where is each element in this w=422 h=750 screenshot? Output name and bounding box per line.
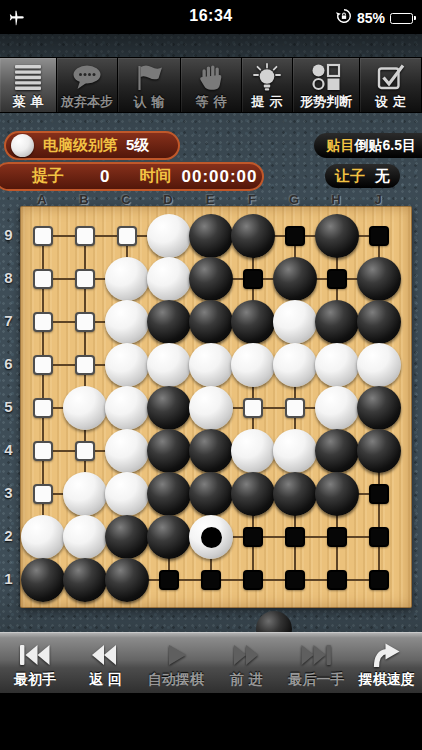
resign-button-label: 认输 (134, 94, 170, 109)
white-territory-marker (75, 226, 95, 246)
column-label-F: F (242, 192, 262, 207)
time-label: 时间 (139, 166, 171, 187)
white-stone (147, 343, 191, 387)
first-move-button[interactable]: 最初手 (0, 633, 70, 693)
intersection-J8[interactable] (357, 257, 401, 301)
komi-label: 贴目 (327, 137, 355, 155)
intersection-E8[interactable] (189, 257, 233, 301)
status-bar: 16:34 85% (0, 0, 422, 34)
time-value: 00:00:00 (181, 167, 257, 187)
intersection-A9[interactable] (21, 214, 65, 258)
white-stone (357, 343, 401, 387)
back-button-label: 返回 (89, 671, 127, 689)
intersection-J5[interactable] (357, 386, 401, 430)
intersection-E1[interactable] (189, 558, 233, 602)
intersection-J1[interactable] (357, 558, 401, 602)
speech-icon (71, 60, 103, 94)
komi-value: 倒贴6.5目 (355, 137, 416, 155)
pass-button-label: 放弃本步 (61, 94, 113, 109)
white-stone (315, 386, 359, 430)
estimate-button[interactable]: 形势判断 (293, 58, 360, 112)
black-stone (273, 257, 317, 301)
white-territory-marker (243, 398, 263, 418)
bottom-toolbar: 最初手返回自动摆棋前进最后一手摆棋速度 (0, 632, 422, 693)
intersection-D8[interactable] (147, 257, 191, 301)
row-label-9: 9 (1, 226, 16, 243)
black-footer-area (0, 693, 422, 750)
intersection-B8[interactable] (63, 257, 107, 301)
intersection-F2[interactable] (231, 515, 275, 559)
black-stone (315, 214, 359, 258)
column-label-C: C (116, 192, 136, 207)
intersection-E7[interactable] (189, 300, 233, 344)
intersection-H7[interactable] (315, 300, 359, 344)
estimate-button-label: 形势判断 (300, 94, 352, 109)
white-stone (105, 257, 149, 301)
computer-level-value: 5级 (126, 136, 149, 155)
last-move-marker (201, 527, 222, 548)
white-stone (147, 214, 191, 258)
black-territory-marker (243, 269, 263, 289)
black-stone (105, 515, 149, 559)
row-label-2: 2 (1, 527, 16, 544)
intersection-H9[interactable] (315, 214, 359, 258)
intersection-C4[interactable] (105, 429, 149, 473)
white-territory-marker (33, 398, 53, 418)
intersection-D1[interactable] (147, 558, 191, 602)
white-territory-marker (33, 355, 53, 375)
row-label-7: 7 (1, 312, 16, 329)
white-stone (105, 343, 149, 387)
column-label-E: E (200, 192, 220, 207)
intersection-B5[interactable] (63, 386, 107, 430)
white-stone (105, 386, 149, 430)
intersection-D7[interactable] (147, 300, 191, 344)
black-territory-marker (327, 527, 347, 547)
black-stone (147, 429, 191, 473)
white-stone (105, 300, 149, 344)
pass-button[interactable]: 放弃本步 (57, 58, 118, 112)
white-stone (315, 343, 359, 387)
black-stone (315, 472, 359, 516)
white-player-stone-icon (11, 134, 34, 157)
intersection-F8[interactable] (231, 257, 275, 301)
intersection-G2[interactable] (273, 515, 317, 559)
intersection-A8[interactable] (21, 257, 65, 301)
black-stone (357, 429, 401, 473)
black-stone (189, 257, 233, 301)
white-stone (273, 300, 317, 344)
black-stone (189, 429, 233, 473)
white-stone (147, 257, 191, 301)
battery-percent: 85% (357, 10, 385, 26)
black-territory-marker (369, 527, 389, 547)
black-stone (231, 214, 275, 258)
white-stone (189, 515, 233, 559)
intersection-A3[interactable] (21, 472, 65, 516)
column-label-H: H (326, 192, 346, 207)
intersection-J9[interactable] (357, 214, 401, 258)
row-label-3: 3 (1, 484, 16, 501)
computer-level-label: 电脑级别第 (43, 136, 118, 155)
white-stone (231, 429, 275, 473)
row-label-6: 6 (1, 355, 16, 372)
intersection-D2[interactable] (147, 515, 191, 559)
computer-level-pill: 电脑级别第 5级 (4, 131, 180, 160)
white-stone (21, 515, 65, 559)
black-stone (105, 558, 149, 602)
intersection-G8[interactable] (273, 257, 317, 301)
intersection-B2[interactable] (63, 515, 107, 559)
intersection-F7[interactable] (231, 300, 275, 344)
intersection-C3[interactable] (105, 472, 149, 516)
column-label-B: B (74, 192, 94, 207)
play-icon (164, 639, 188, 671)
black-territory-marker (327, 269, 347, 289)
black-territory-marker (285, 226, 305, 246)
intersection-A5[interactable] (21, 386, 65, 430)
intersection-A2[interactable] (21, 515, 65, 559)
menu-icon (13, 60, 43, 94)
komi-pill: 贴目 倒贴6.5目 (314, 133, 422, 158)
captures-time-pill: 提子 0 时间 00:00:00 (0, 162, 264, 191)
menu-button-label: 菜单 (13, 94, 49, 109)
column-label-J: J (368, 192, 388, 207)
forward-icon (231, 639, 261, 671)
intersection-B9[interactable] (63, 214, 107, 258)
top-toolbar: 菜单放弃本步认输等待提示形势判断设定 (0, 57, 422, 113)
black-stone (231, 472, 275, 516)
intersection-D5[interactable] (147, 386, 191, 430)
skip-end-icon (299, 639, 333, 671)
intersection-H8[interactable] (315, 257, 359, 301)
intersection-H5[interactable] (315, 386, 359, 430)
white-stone (63, 515, 107, 559)
white-stone (273, 429, 317, 473)
wait-button[interactable]: 等待 (181, 58, 242, 112)
black-stone (147, 300, 191, 344)
intersection-E5[interactable] (189, 386, 233, 430)
intersection-C6[interactable] (105, 343, 149, 387)
rotation-lock-icon (336, 8, 352, 28)
column-label-D: D (158, 192, 178, 207)
intersection-J7[interactable] (357, 300, 401, 344)
last-move-button-label: 最后一手 (288, 671, 344, 689)
white-territory-marker (117, 226, 137, 246)
black-territory-marker (285, 570, 305, 590)
black-stone (315, 300, 359, 344)
intersection-E2[interactable] (189, 515, 233, 559)
intersection-G5[interactable] (273, 386, 317, 430)
white-territory-marker (33, 484, 53, 504)
intersection-F1[interactable] (231, 558, 275, 602)
intersection-C7[interactable] (105, 300, 149, 344)
intersection-B1[interactable] (63, 558, 107, 602)
black-stone (315, 429, 359, 473)
forward-button-label: 前进 (230, 671, 268, 689)
go-board (20, 206, 412, 608)
menu-button[interactable]: 菜单 (0, 58, 57, 112)
white-stone (105, 472, 149, 516)
bulb-icon (250, 60, 284, 94)
intersection-E6[interactable] (189, 343, 233, 387)
shapes-icon (311, 60, 341, 94)
black-stone (63, 558, 107, 602)
intersection-D3[interactable] (147, 472, 191, 516)
black-stone (21, 558, 65, 602)
intersection-G1[interactable] (273, 558, 317, 602)
captures-label: 提子 (32, 166, 64, 187)
intersection-E9[interactable] (189, 214, 233, 258)
black-stone (147, 515, 191, 559)
intersection-H4[interactable] (315, 429, 359, 473)
white-stone (63, 386, 107, 430)
intersection-F4[interactable] (231, 429, 275, 473)
black-territory-marker (243, 527, 263, 547)
intersection-B7[interactable] (63, 300, 107, 344)
back-button[interactable]: 返回 (70, 633, 140, 693)
intersection-C1[interactable] (105, 558, 149, 602)
intersection-E3[interactable] (189, 472, 233, 516)
last-move-button[interactable]: 最后一手 (281, 633, 351, 693)
handicap-label: 让子 (335, 167, 365, 186)
intersection-C9[interactable] (105, 214, 149, 258)
flag-icon (134, 60, 164, 94)
intersection-B4[interactable] (63, 429, 107, 473)
column-label-G: G (284, 192, 304, 207)
black-territory-marker (327, 570, 347, 590)
auto-replay-button-label: 自动摆棋 (148, 671, 204, 689)
black-stone (357, 300, 401, 344)
intersection-E4[interactable] (189, 429, 233, 473)
black-stone (147, 386, 191, 430)
hand-icon (198, 60, 225, 94)
intersection-C2[interactable] (105, 515, 149, 559)
hint-button[interactable]: 提示 (242, 58, 293, 112)
intersection-D4[interactable] (147, 429, 191, 473)
resign-button[interactable]: 认输 (118, 58, 181, 112)
black-territory-marker (369, 226, 389, 246)
rewind-icon (90, 639, 120, 671)
black-territory-marker (285, 527, 305, 547)
intersection-F5[interactable] (231, 386, 275, 430)
forward-button[interactable]: 前进 (211, 633, 281, 693)
intersection-F9[interactable] (231, 214, 275, 258)
black-stone (357, 257, 401, 301)
white-stone (189, 386, 233, 430)
white-territory-marker (33, 312, 53, 332)
intersection-C5[interactable] (105, 386, 149, 430)
white-territory-marker (33, 269, 53, 289)
black-stone (189, 472, 233, 516)
intersection-H2[interactable] (315, 515, 359, 559)
intersection-F3[interactable] (231, 472, 275, 516)
black-territory-marker (243, 570, 263, 590)
black-territory-marker (201, 570, 221, 590)
white-stone (63, 472, 107, 516)
black-territory-marker (369, 570, 389, 590)
row-label-5: 5 (1, 398, 16, 415)
intersection-F6[interactable] (231, 343, 275, 387)
intersection-A6[interactable] (21, 343, 65, 387)
intersection-J6[interactable] (357, 343, 401, 387)
white-stone (231, 343, 275, 387)
replay-speed-button[interactable]: 摆棋速度 (352, 633, 422, 693)
black-stone (231, 300, 275, 344)
settings-button-label: 设定 (375, 94, 411, 109)
wait-button-label: 等待 (196, 94, 232, 109)
white-territory-marker (33, 441, 53, 461)
black-stone (147, 472, 191, 516)
white-territory-marker (75, 355, 95, 375)
intersection-H3[interactable] (315, 472, 359, 516)
white-stone (105, 429, 149, 473)
speed-icon (372, 639, 402, 671)
first-move-button-label: 最初手 (14, 671, 56, 689)
intersection-H1[interactable] (315, 558, 359, 602)
intersection-B3[interactable] (63, 472, 107, 516)
black-stone (189, 300, 233, 344)
captures-value: 0 (100, 167, 109, 187)
hint-button-label: 提示 (252, 94, 288, 109)
row-label-1: 1 (1, 570, 16, 587)
row-label-4: 4 (1, 441, 16, 458)
settings-button[interactable]: 设定 (360, 58, 422, 112)
replay-speed-button-label: 摆棋速度 (359, 671, 415, 689)
column-label-A: A (32, 192, 52, 207)
white-territory-marker (75, 441, 95, 461)
intersection-J2[interactable] (357, 515, 401, 559)
white-territory-marker (75, 312, 95, 332)
black-territory-marker (369, 484, 389, 504)
white-stone (273, 343, 317, 387)
black-stone (273, 472, 317, 516)
intersection-A7[interactable] (21, 300, 65, 344)
intersection-A4[interactable] (21, 429, 65, 473)
black-stone (357, 386, 401, 430)
intersection-D9[interactable] (147, 214, 191, 258)
intersection-H6[interactable] (315, 343, 359, 387)
intersection-J3[interactable] (357, 472, 401, 516)
black-stone (189, 214, 233, 258)
white-territory-marker (33, 226, 53, 246)
white-stone (189, 343, 233, 387)
intersection-G4[interactable] (273, 429, 317, 473)
auto-replay-button[interactable]: 自动摆棋 (141, 633, 211, 693)
intersection-B6[interactable] (63, 343, 107, 387)
row-label-8: 8 (1, 269, 16, 286)
black-territory-marker (159, 570, 179, 590)
white-territory-marker (285, 398, 305, 418)
intersection-J4[interactable] (357, 429, 401, 473)
handicap-pill: 让子 无 (325, 164, 400, 188)
battery-icon (390, 13, 416, 24)
intersection-D6[interactable] (147, 343, 191, 387)
intersection-G9[interactable] (273, 214, 317, 258)
intersection-G6[interactable] (273, 343, 317, 387)
skip-start-icon (18, 639, 52, 671)
intersection-G7[interactable] (273, 300, 317, 344)
handicap-value: 无 (375, 167, 390, 186)
white-territory-marker (75, 269, 95, 289)
checkbox-icon (377, 60, 405, 94)
intersection-G3[interactable] (273, 472, 317, 516)
intersection-A1[interactable] (21, 558, 65, 602)
go-app-screen: 16:34 85% 菜单放弃本步认输等待提示形势判断设定 电脑级别第 5级 贴目… (0, 0, 422, 750)
intersection-C8[interactable] (105, 257, 149, 301)
